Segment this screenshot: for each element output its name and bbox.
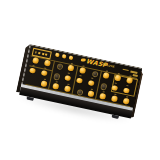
rotary-knob (41, 81, 48, 88)
switch-knob (100, 83, 108, 91)
rotary-knob (32, 57, 39, 64)
rotary-knob (111, 95, 118, 102)
synthesizer-unit: WASP DELUXE (18, 44, 141, 126)
rotary-knob (55, 53, 59, 57)
rotary-knob (64, 86, 71, 93)
panel-marking (45, 53, 47, 56)
rotary-knob (69, 56, 73, 60)
rotary-knob (88, 91, 95, 98)
rotary-knob (88, 80, 95, 87)
rotary-knob (62, 54, 66, 58)
panel-marking (42, 52, 44, 55)
switch-knob (53, 73, 61, 81)
rotary-knob (29, 67, 36, 74)
rotary-knob (76, 77, 83, 84)
rotary-knob (41, 70, 48, 77)
rotary-knob (99, 93, 106, 100)
wasp-insect-icon (80, 58, 85, 62)
panel-marking (35, 51, 37, 54)
rotary-knob (64, 75, 71, 82)
panel-label-text (130, 71, 137, 74)
rotary-knob (103, 72, 110, 79)
rotary-knob (123, 98, 130, 105)
switch-knob (91, 70, 99, 78)
rotary-knob (79, 67, 86, 74)
rotary-knob (53, 83, 60, 90)
rotary-knob (44, 60, 51, 67)
panel-marking (38, 52, 40, 55)
rotary-knob (68, 65, 75, 72)
switch-knob (56, 63, 64, 71)
product-photo: WASP DELUXE (0, 0, 160, 160)
panel-label-text (123, 68, 129, 71)
